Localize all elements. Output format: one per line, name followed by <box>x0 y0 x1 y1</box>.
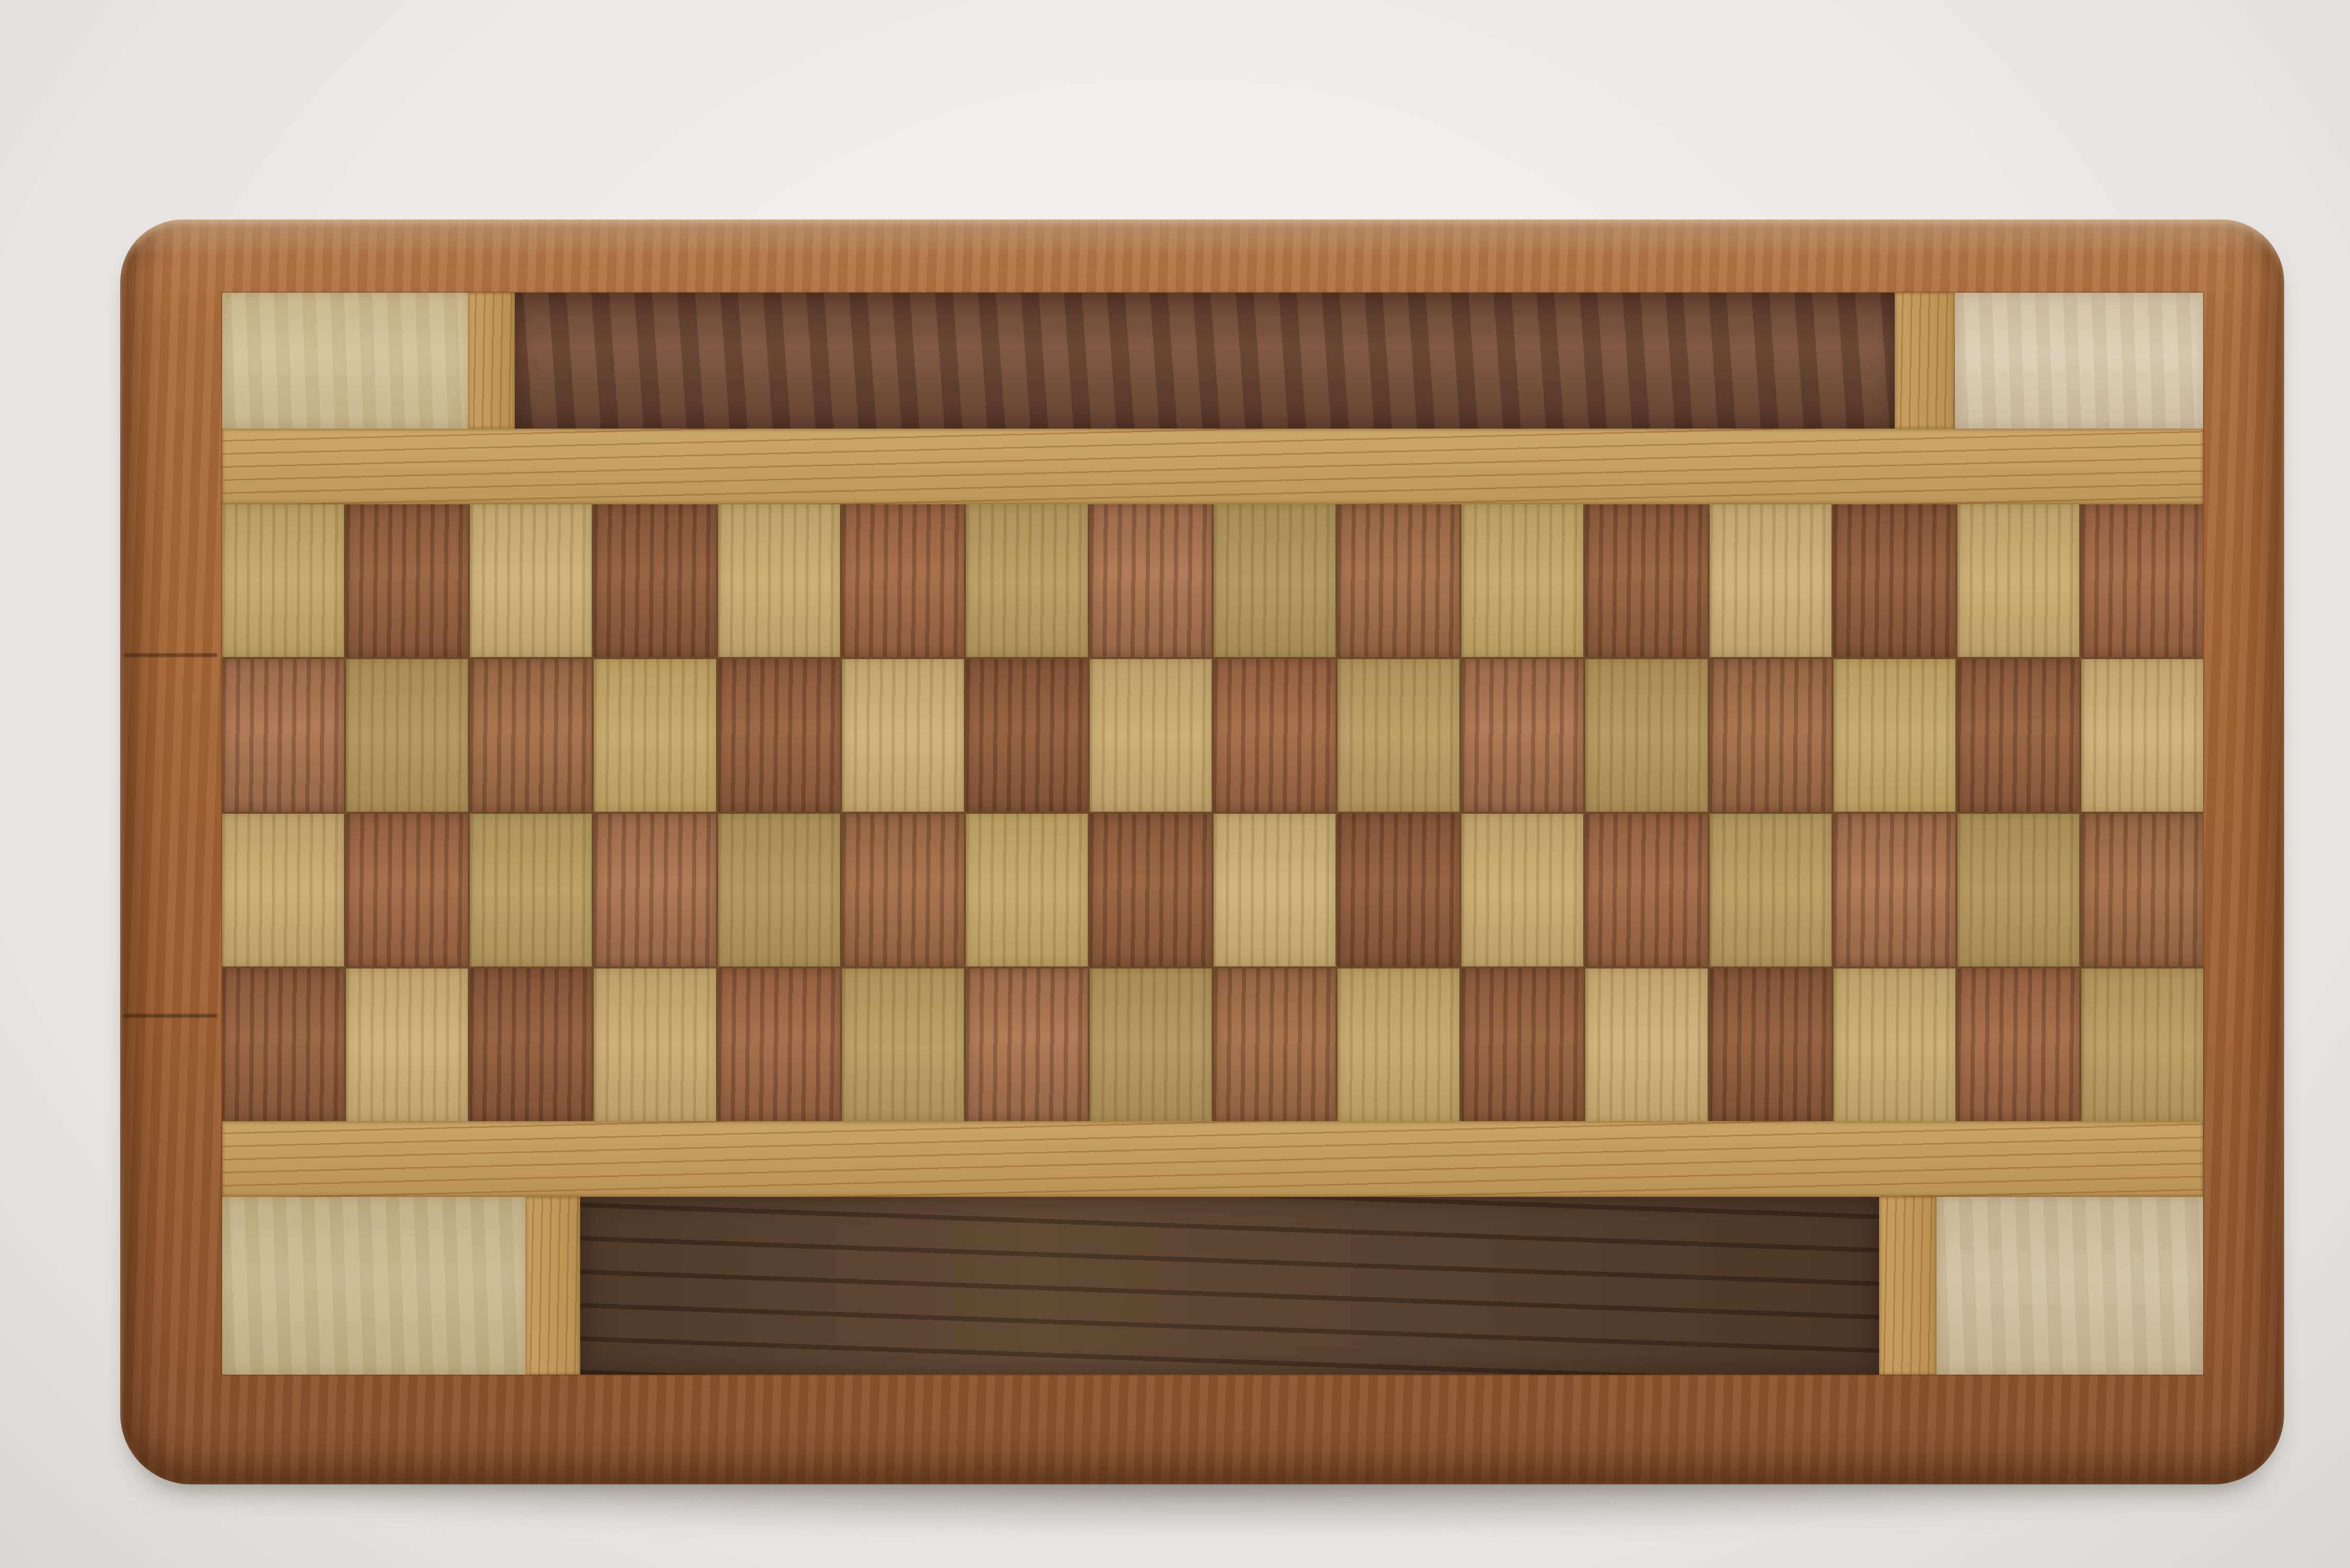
checker-cell-r1c15 <box>1957 504 2079 657</box>
checker-cell-r2c2 <box>346 659 468 812</box>
oak-vertical-strip <box>1895 293 1955 429</box>
checker-cell-r2c7 <box>966 659 1088 812</box>
checker-cell-r4c6 <box>842 969 964 1121</box>
checker-cell-r1c16 <box>2081 504 2203 657</box>
checker-cell-r1c4 <box>594 504 716 657</box>
checker-cell-r3c16 <box>2081 814 2203 966</box>
checker-cell-r2c8 <box>1090 659 1212 812</box>
checker-cell-r2c13 <box>1710 659 1831 812</box>
bottom-inlay-band <box>222 1197 2203 1375</box>
lower-oak-divider-strip <box>222 1121 2203 1197</box>
top-right-maple-block <box>1955 293 2203 429</box>
checker-cell-r1c10 <box>1338 504 1459 657</box>
checker-cell-r4c4 <box>594 969 716 1121</box>
checker-cell-r2c6 <box>842 659 964 812</box>
checker-cell-r1c12 <box>1585 504 1707 657</box>
parquetry-box-lid <box>120 220 2284 1484</box>
checker-cell-r3c2 <box>346 814 468 966</box>
checker-cell-r3c4 <box>594 814 716 966</box>
checker-cell-r1c8 <box>1090 504 1212 657</box>
checker-cell-r4c5 <box>718 969 840 1121</box>
checker-cell-r2c14 <box>1834 659 1955 812</box>
checker-cell-r1c13 <box>1710 504 1831 657</box>
checker-cell-r1c6 <box>842 504 964 657</box>
checker-cell-r3c11 <box>1461 814 1583 966</box>
upper-oak-divider-strip <box>222 429 2203 504</box>
oak-vertical-strip <box>468 293 515 429</box>
top-inlay-band <box>222 293 2203 429</box>
checker-cell-r4c12 <box>1585 969 1707 1121</box>
oak-vertical-strip <box>525 1197 580 1375</box>
checker-cell-r3c7 <box>966 814 1088 966</box>
checker-cell-r1c11 <box>1461 504 1583 657</box>
checker-cell-r4c11 <box>1461 969 1583 1121</box>
checker-cell-r3c9 <box>1214 814 1335 966</box>
lid-edge-highlight <box>120 220 2284 256</box>
checker-cell-r4c3 <box>470 969 592 1121</box>
checker-cell-r4c8 <box>1090 969 1212 1121</box>
checker-cell-r4c16 <box>2081 969 2203 1121</box>
checker-cell-r1c5 <box>718 504 840 657</box>
checker-cell-r2c15 <box>1957 659 2079 812</box>
bottom-left-maple-block <box>222 1197 525 1375</box>
checker-cell-r1c2 <box>346 504 468 657</box>
checker-cell-r3c14 <box>1834 814 1955 966</box>
checker-cell-r3c1 <box>222 814 344 966</box>
checker-cell-r2c4 <box>594 659 716 812</box>
checkerboard-grid <box>222 504 2203 1121</box>
checker-cell-r1c14 <box>1834 504 1955 657</box>
checker-cell-r1c1 <box>222 504 344 657</box>
frame-crack-line <box>123 653 217 657</box>
checker-cell-r2c1 <box>222 659 344 812</box>
photo-backdrop <box>0 0 2350 1568</box>
bottom-right-maple-block <box>1937 1197 2203 1375</box>
checker-cell-r1c9 <box>1214 504 1335 657</box>
checker-cell-r3c15 <box>1957 814 2079 966</box>
bottom-walnut-panel <box>580 1197 1879 1375</box>
frame-crack-line <box>123 1014 217 1018</box>
checker-cell-r3c12 <box>1585 814 1707 966</box>
checker-cell-r4c10 <box>1338 969 1459 1121</box>
inlay-panel <box>222 293 2203 1375</box>
checker-cell-r3c6 <box>842 814 964 966</box>
checker-cell-r3c8 <box>1090 814 1212 966</box>
checker-cell-r4c1 <box>222 969 344 1121</box>
checker-cell-r4c9 <box>1214 969 1335 1121</box>
checker-cell-r1c3 <box>470 504 592 657</box>
checker-cell-r4c14 <box>1834 969 1955 1121</box>
checker-cell-r4c2 <box>346 969 468 1121</box>
checker-cell-r2c12 <box>1585 659 1707 812</box>
checker-cell-r3c5 <box>718 814 840 966</box>
checker-cell-r4c13 <box>1710 969 1831 1121</box>
checker-cell-r2c10 <box>1338 659 1459 812</box>
checker-cell-r4c15 <box>1957 969 2079 1121</box>
checker-cell-r3c10 <box>1338 814 1459 966</box>
checker-cell-r3c3 <box>470 814 592 966</box>
checker-cell-r2c16 <box>2081 659 2203 812</box>
checker-cell-r4c7 <box>966 969 1088 1121</box>
oak-vertical-strip <box>1879 1197 1937 1375</box>
checker-cell-r1c7 <box>966 504 1088 657</box>
checker-cell-r2c5 <box>718 659 840 812</box>
checker-cell-r3c13 <box>1710 814 1831 966</box>
checker-cell-r2c11 <box>1461 659 1583 812</box>
top-left-maple-block <box>222 293 468 429</box>
checker-cell-r2c9 <box>1214 659 1335 812</box>
checker-cell-r2c3 <box>470 659 592 812</box>
top-walnut-panel <box>515 293 1895 429</box>
